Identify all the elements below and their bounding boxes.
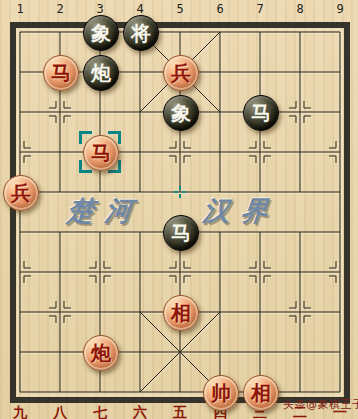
file-label-top-1: 1 bbox=[0, 2, 40, 16]
piece-char: 炮 bbox=[91, 63, 111, 83]
move-origin-marker bbox=[174, 186, 186, 198]
file-label-top-4: 4 bbox=[120, 2, 160, 16]
piece-char: 马 bbox=[251, 103, 271, 123]
piece-char: 象 bbox=[171, 103, 191, 123]
piece-red-cannon[interactable]: 炮 bbox=[83, 335, 119, 371]
piece-black-horse[interactable]: 马 bbox=[243, 95, 279, 131]
piece-red-horse[interactable]: 马 bbox=[43, 55, 79, 91]
piece-red-elephant[interactable]: 相 bbox=[163, 295, 199, 331]
piece-char: 象 bbox=[91, 23, 111, 43]
file-label-bottom-1: 九 bbox=[0, 404, 40, 419]
piece-red-elephant[interactable]: 相 bbox=[243, 375, 279, 411]
piece-char: 马 bbox=[51, 63, 71, 83]
file-label-top-9: 9 bbox=[320, 2, 358, 16]
file-label-top-7: 7 bbox=[240, 2, 280, 16]
piece-char: 兵 bbox=[11, 183, 31, 203]
file-label-top-2: 2 bbox=[40, 2, 80, 16]
piece-char: 马 bbox=[91, 143, 111, 163]
file-label-top-8: 8 bbox=[280, 2, 320, 16]
file-label-top-6: 6 bbox=[200, 2, 240, 16]
piece-char: 帅 bbox=[211, 383, 231, 403]
piece-char: 相 bbox=[251, 383, 271, 403]
piece-char: 相 bbox=[171, 303, 191, 323]
piece-black-elephant[interactable]: 象 bbox=[83, 15, 119, 51]
piece-black-cannon[interactable]: 炮 bbox=[83, 55, 119, 91]
piece-red-soldier[interactable]: 兵 bbox=[3, 175, 39, 211]
file-label-top-5: 5 bbox=[160, 2, 200, 16]
piece-char: 兵 bbox=[171, 63, 191, 83]
file-label-bottom-4: 六 bbox=[120, 404, 160, 419]
piece-char: 马 bbox=[171, 223, 191, 243]
piece-char: 将 bbox=[131, 23, 151, 43]
piece-black-horse[interactable]: 马 bbox=[163, 215, 199, 251]
piece-black-general[interactable]: 将 bbox=[123, 15, 159, 51]
file-label-bottom-5: 五 bbox=[160, 404, 200, 419]
xiangqi-app: 123456789 九八七六五四三二一 楚河 汉界 象将马炮兵象马马兵马相炮帅相… bbox=[0, 0, 358, 419]
file-label-bottom-3: 七 bbox=[80, 404, 120, 419]
piece-black-elephant[interactable]: 象 bbox=[163, 95, 199, 131]
file-label-top-3: 3 bbox=[80, 2, 120, 16]
watermark: 头条@象棋王子 bbox=[283, 397, 358, 412]
piece-red-horse[interactable]: 马 bbox=[83, 135, 119, 171]
piece-char: 炮 bbox=[91, 343, 111, 363]
piece-red-general[interactable]: 帅 bbox=[203, 375, 239, 411]
piece-red-soldier[interactable]: 兵 bbox=[163, 55, 199, 91]
file-label-bottom-2: 八 bbox=[40, 404, 80, 419]
